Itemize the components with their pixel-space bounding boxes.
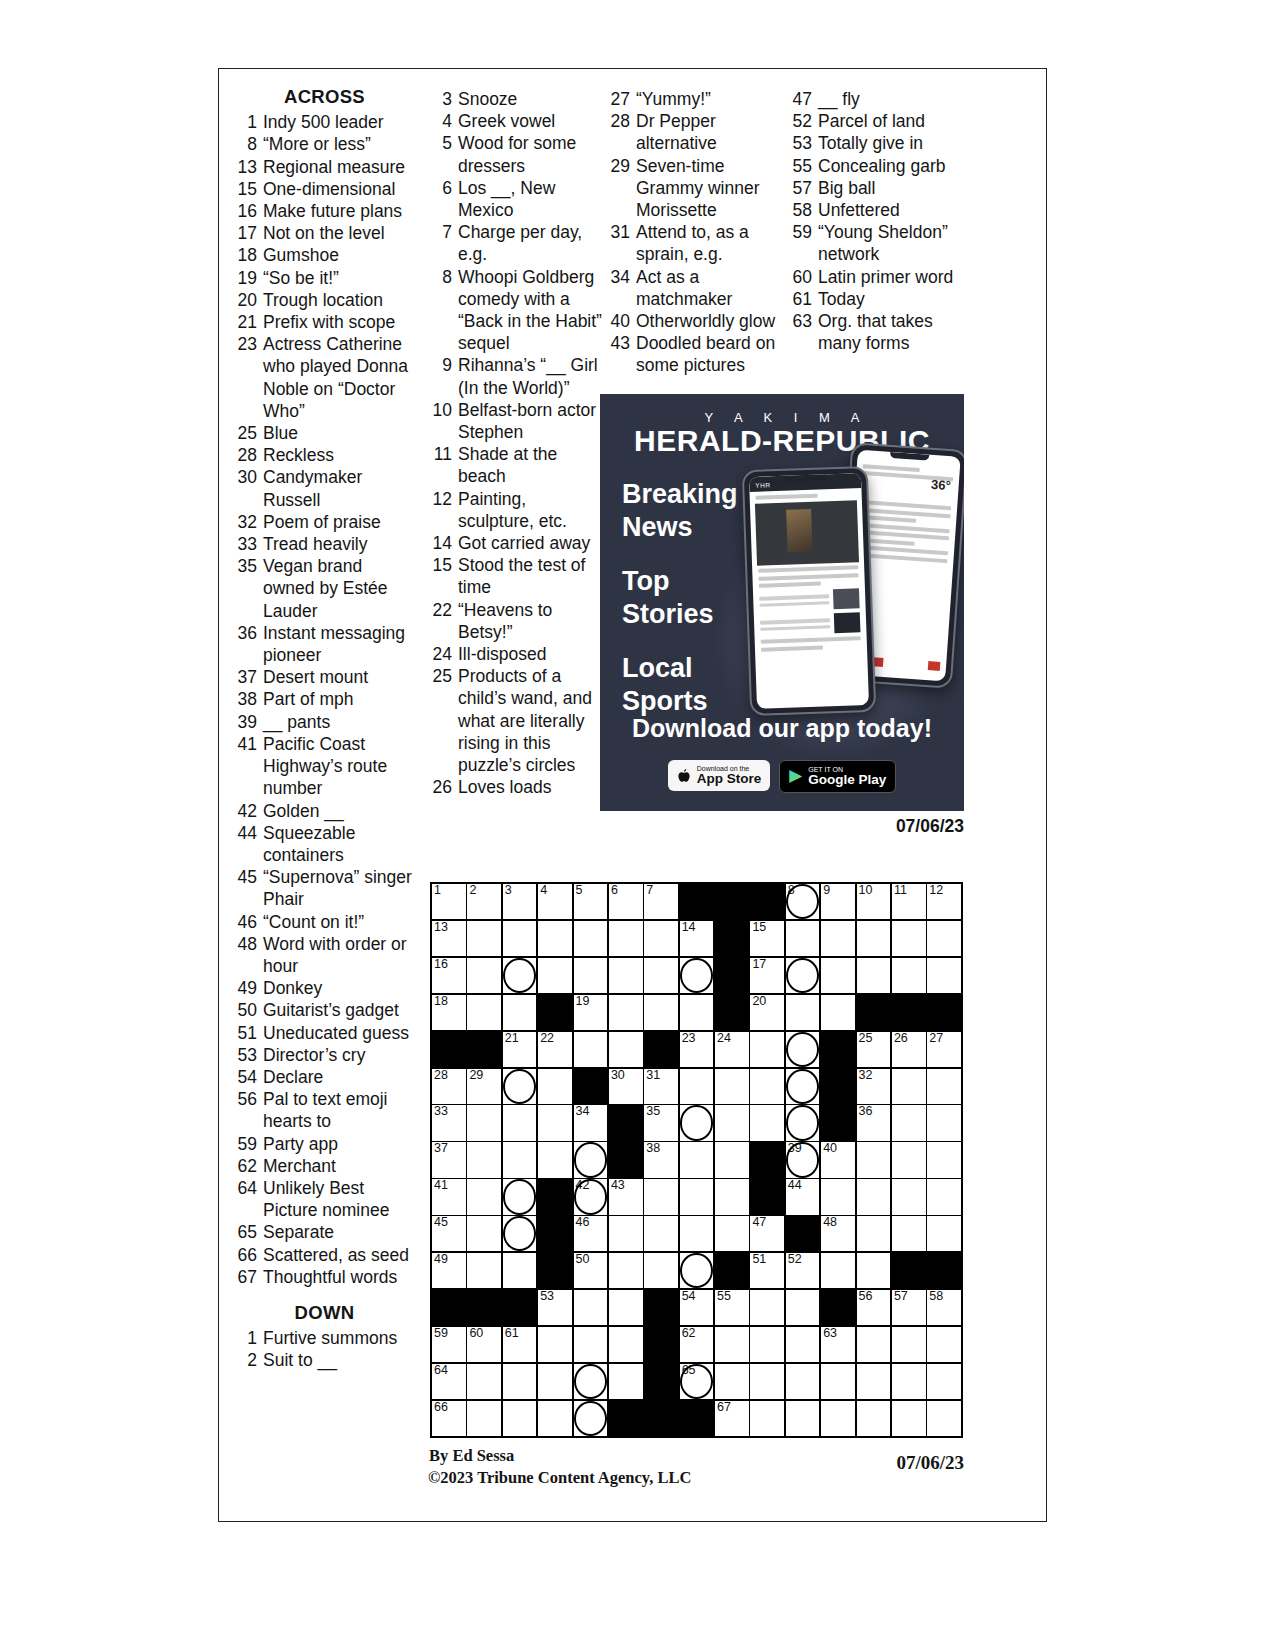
cell-r7-c11[interactable]: [786, 1105, 820, 1140]
clue-text: Concealing garb: [818, 155, 965, 177]
cell-r10-c3[interactable]: [503, 1216, 537, 1251]
cell-r3-c8[interactable]: [680, 958, 714, 993]
cell-r5-c6[interactable]: [609, 1032, 643, 1067]
cell-r7-c1[interactable]: 33: [432, 1105, 466, 1140]
cell-r9-c3[interactable]: [503, 1179, 537, 1214]
clue-down-14: 14Got carried away: [427, 532, 603, 554]
cell-r3-c12[interactable]: [821, 958, 855, 993]
cell-r11-c6[interactable]: [609, 1253, 643, 1288]
cell-r8-c1[interactable]: 37: [432, 1142, 466, 1177]
cell-r14-c8[interactable]: 65: [680, 1364, 714, 1399]
cell-number: 16: [434, 957, 448, 971]
cell-r7-c2[interactable]: [467, 1105, 501, 1140]
clue-number: 4: [427, 110, 458, 132]
cell-r5-c11[interactable]: [786, 1032, 820, 1067]
clue-text: Golden __: [263, 800, 417, 822]
cell-r7-c13[interactable]: 36: [857, 1105, 891, 1140]
cell-r6-c6[interactable]: 30: [609, 1069, 643, 1104]
black-cell-r9-c4: [538, 1179, 572, 1214]
cell-r14-c14[interactable]: [892, 1364, 926, 1399]
cell-r9-c9[interactable]: [715, 1179, 749, 1214]
cell-r5-c15[interactable]: 27: [927, 1032, 961, 1067]
cell-r14-c10[interactable]: [750, 1364, 784, 1399]
google-play-badge[interactable]: GET IT ON Google Play: [779, 760, 896, 793]
cell-r8-c12[interactable]: 40: [821, 1142, 855, 1177]
cell-r3-c7[interactable]: [644, 958, 678, 993]
cell-r13-c4[interactable]: [538, 1327, 572, 1362]
clue-number: 7: [427, 221, 458, 265]
cell-r8-c15[interactable]: [927, 1142, 961, 1177]
cell-r12-c14[interactable]: 57: [892, 1290, 926, 1325]
clue-text: “Count on it!”: [263, 911, 417, 933]
cell-r2-c10[interactable]: 15: [750, 921, 784, 956]
cell-r1-c5[interactable]: 5: [574, 884, 608, 919]
clue-across-35: 35Vegan brand owned by Estée Lauder: [232, 555, 417, 622]
cell-r13-c12[interactable]: 63: [821, 1327, 855, 1362]
cell-r13-c14[interactable]: [892, 1327, 926, 1362]
clue-across-53: 53Director’s cry: [232, 1044, 417, 1066]
cell-r11-c10[interactable]: 51: [750, 1253, 784, 1288]
cell-r14-c5[interactable]: [574, 1364, 608, 1399]
cell-r7-c15[interactable]: [927, 1105, 961, 1140]
cell-r4-c5[interactable]: 19: [574, 995, 608, 1030]
cell-number: 59: [434, 1326, 448, 1340]
clue-text: Parcel of land: [818, 110, 965, 132]
cell-r3-c5[interactable]: [574, 958, 608, 993]
clue-text: Products of a child’s wand, and what are…: [458, 665, 603, 776]
cell-r12-c15[interactable]: 58: [927, 1290, 961, 1325]
cell-r2-c4[interactable]: [538, 921, 572, 956]
cell-r5-c8[interactable]: 23: [680, 1032, 714, 1067]
cell-r15-c1[interactable]: 66: [432, 1401, 466, 1436]
cell-r2-c8[interactable]: 14: [680, 921, 714, 956]
cell-r1-c2[interactable]: 2: [467, 884, 501, 919]
cell-r8-c7[interactable]: 38: [644, 1142, 678, 1177]
clue-text: Instant messaging pioneer: [263, 622, 417, 666]
cell-r10-c8[interactable]: [680, 1216, 714, 1251]
cell-r1-c11[interactable]: 8: [786, 884, 820, 919]
cell-r6-c3[interactable]: [503, 1069, 537, 1104]
cell-r11-c1[interactable]: 49: [432, 1253, 466, 1288]
clue-across-66: 66Scattered, as seed: [232, 1244, 417, 1266]
cell-r15-c15[interactable]: [927, 1401, 961, 1436]
cell-r2-c3[interactable]: [503, 921, 537, 956]
clue-text: Org. that takes many forms: [818, 310, 965, 354]
clue-text: Party app: [263, 1133, 417, 1155]
black-cell-r4-c4: [538, 995, 572, 1030]
cell-number: 28: [434, 1068, 448, 1082]
cell-r6-c7[interactable]: 31: [644, 1069, 678, 1104]
cell-r6-c15[interactable]: [927, 1069, 961, 1104]
cell-r14-c12[interactable]: [821, 1364, 855, 1399]
cell-r11-c7[interactable]: [644, 1253, 678, 1288]
cell-r5-c4[interactable]: 22: [538, 1032, 572, 1067]
cell-r11-c11[interactable]: 52: [786, 1253, 820, 1288]
cell-r5-c9[interactable]: 24: [715, 1032, 749, 1067]
cell-r6-c1[interactable]: 28: [432, 1069, 466, 1104]
clue-across-50: 50Guitarist’s gadget: [232, 999, 417, 1021]
clue-text: Suit to __: [263, 1349, 417, 1371]
clue-number: 18: [232, 244, 263, 266]
cell-r4-c8[interactable]: [680, 995, 714, 1030]
cell-r12-c6[interactable]: [609, 1290, 643, 1325]
cell-number: 11: [894, 883, 907, 897]
clue-number: 47: [787, 88, 818, 110]
clue-text: Totally give in: [818, 132, 965, 154]
cell-r10-c1[interactable]: 45: [432, 1216, 466, 1251]
cell-r10-c10[interactable]: 47: [750, 1216, 784, 1251]
cell-r9-c14[interactable]: [892, 1179, 926, 1214]
clue-number: 56: [232, 1088, 263, 1132]
cell-r9-c8[interactable]: [680, 1179, 714, 1214]
cell-number: 60: [469, 1326, 483, 1340]
cell-r11-c13[interactable]: [857, 1253, 891, 1288]
cell-r6-c14[interactable]: [892, 1069, 926, 1104]
cell-r10-c2[interactable]: [467, 1216, 501, 1251]
cell-r10-c5[interactable]: 46: [574, 1216, 608, 1251]
cell-r10-c15[interactable]: [927, 1216, 961, 1251]
clue-text: Snooze: [458, 88, 603, 110]
cell-r7-c4[interactable]: [538, 1105, 572, 1140]
clue-number: 14: [427, 532, 458, 554]
clue-number: 57: [787, 177, 818, 199]
cell-number: 19: [576, 994, 590, 1008]
clue-text: One-dimensional: [263, 178, 417, 200]
cell-r13-c2[interactable]: 60: [467, 1327, 501, 1362]
black-cell-r11-c4: [538, 1253, 572, 1288]
cell-number: 12: [929, 883, 943, 897]
cell-r5-c5[interactable]: [574, 1032, 608, 1067]
cell-r15-c13[interactable]: [857, 1401, 891, 1436]
cell-r2-c14[interactable]: [892, 921, 926, 956]
black-cell-r12-c12: [821, 1290, 855, 1325]
cell-r5-c14[interactable]: 26: [892, 1032, 926, 1067]
news-photo: [755, 500, 859, 566]
cell-number: 22: [540, 1031, 554, 1045]
down-clue-list-2: 3Snooze4Greek vowel5Wood for some dresse…: [427, 88, 603, 799]
cell-r11-c2[interactable]: [467, 1253, 501, 1288]
cell-r8-c14[interactable]: [892, 1142, 926, 1177]
cell-r8-c11[interactable]: 39: [786, 1142, 820, 1177]
cell-r15-c9[interactable]: 67: [715, 1401, 749, 1436]
cell-r1-c14[interactable]: 11: [892, 884, 926, 919]
cell-r9-c15[interactable]: [927, 1179, 961, 1214]
cell-r5-c10[interactable]: [750, 1032, 784, 1067]
cell-r2-c15[interactable]: [927, 921, 961, 956]
cell-r3-c3[interactable]: [503, 958, 537, 993]
cell-r8-c3[interactable]: [503, 1142, 537, 1177]
cell-r7-c10[interactable]: [750, 1105, 784, 1140]
cell-r3-c4[interactable]: [538, 958, 572, 993]
cell-r1-c15[interactable]: 12: [927, 884, 961, 919]
cell-r13-c13[interactable]: [857, 1327, 891, 1362]
cell-r1-c1[interactable]: 1: [432, 884, 466, 919]
cell-r2-c6[interactable]: [609, 921, 643, 956]
cell-r12-c9[interactable]: 55: [715, 1290, 749, 1325]
cell-r13-c11[interactable]: [786, 1327, 820, 1362]
crossword-grid: 1234567891011121314151617181920212223242…: [430, 882, 963, 1438]
cell-r15-c4[interactable]: [538, 1401, 572, 1436]
cell-number: 45: [434, 1215, 448, 1229]
theme-circle: [680, 1105, 714, 1140]
cell-r8-c8[interactable]: [680, 1142, 714, 1177]
cell-r12-c4[interactable]: 53: [538, 1290, 572, 1325]
cell-r8-c4[interactable]: [538, 1142, 572, 1177]
clue-number: 1: [232, 111, 263, 133]
cell-number: 46: [576, 1215, 590, 1229]
clue-text: Unfettered: [818, 199, 965, 221]
clue-down-1: 1Furtive summons: [232, 1327, 417, 1349]
cell-r14-c15[interactable]: [927, 1364, 961, 1399]
cell-r10-c13[interactable]: [857, 1216, 891, 1251]
black-cell-r4-c13: [857, 995, 891, 1030]
cell-r9-c1[interactable]: 41: [432, 1179, 466, 1214]
cell-r4-c11[interactable]: [786, 995, 820, 1030]
clue-column-1: ACROSS 1Indy 500 leader8“More or less”13…: [232, 86, 417, 1372]
clue-number: 65: [232, 1221, 263, 1243]
cell-r10-c12[interactable]: 48: [821, 1216, 855, 1251]
cell-r9-c12[interactable]: [821, 1179, 855, 1214]
cell-r12-c10[interactable]: [750, 1290, 784, 1325]
cell-r6-c13[interactable]: 32: [857, 1069, 891, 1104]
clue-number: 23: [232, 333, 263, 422]
black-cell-r15-c8: [680, 1401, 714, 1436]
cell-r8-c2[interactable]: [467, 1142, 501, 1177]
clue-number: 10: [427, 399, 458, 443]
cell-r2-c7[interactable]: [644, 921, 678, 956]
cell-r12-c5[interactable]: [574, 1290, 608, 1325]
clue-across-1: 1Indy 500 leader: [232, 111, 417, 133]
cell-r1-c4[interactable]: 4: [538, 884, 572, 919]
cell-r1-c12[interactable]: 9: [821, 884, 855, 919]
clue-number: 29: [605, 155, 636, 222]
cell-r7-c3[interactable]: [503, 1105, 537, 1140]
cell-r4-c6[interactable]: [609, 995, 643, 1030]
cell-r9-c11[interactable]: 44: [786, 1179, 820, 1214]
clue-down-12: 12Painting, sculpture, etc.: [427, 488, 603, 532]
clue-number: 15: [427, 554, 458, 598]
black-cell-r6-c5: [574, 1069, 608, 1104]
cell-r4-c7[interactable]: [644, 995, 678, 1030]
cell-number: 17: [752, 957, 766, 971]
cell-r15-c14[interactable]: [892, 1401, 926, 1436]
cell-r9-c2[interactable]: [467, 1179, 501, 1214]
clue-number: 16: [232, 200, 263, 222]
cell-r2-c2[interactable]: [467, 921, 501, 956]
cell-r12-c11[interactable]: [786, 1290, 820, 1325]
clue-down-34: 34Act as a matchmaker: [605, 266, 781, 310]
cell-r9-c5[interactable]: 42: [574, 1179, 608, 1214]
black-cell-r11-c15: [927, 1253, 961, 1288]
cell-r7-c5[interactable]: 34: [574, 1105, 608, 1140]
cell-r15-c5[interactable]: [574, 1401, 608, 1436]
cell-r8-c13[interactable]: [857, 1142, 891, 1177]
cell-r1-c7[interactable]: 7: [644, 884, 678, 919]
cell-number: 13: [434, 920, 448, 934]
cell-r4-c1[interactable]: 18: [432, 995, 466, 1030]
cell-number: 64: [434, 1363, 448, 1377]
cell-r5-c3[interactable]: 21: [503, 1032, 537, 1067]
cell-r7-c9[interactable]: [715, 1105, 749, 1140]
clue-text: Part of mph: [263, 688, 417, 710]
clue-text: Gumshoe: [263, 244, 417, 266]
clue-number: 67: [232, 1266, 263, 1288]
cell-number: 56: [859, 1289, 873, 1303]
cell-r4-c2[interactable]: [467, 995, 501, 1030]
cell-r15-c11[interactable]: [786, 1401, 820, 1436]
cell-r9-c13[interactable]: [857, 1179, 891, 1214]
clue-text: Shade at the beach: [458, 443, 603, 487]
clue-across-64: 64Unlikely Best Picture nominee: [232, 1177, 417, 1221]
clue-down-15: 15Stood the test of time: [427, 554, 603, 598]
cell-r3-c6[interactable]: [609, 958, 643, 993]
clue-number: 50: [232, 999, 263, 1021]
clue-number: 28: [605, 110, 636, 154]
cell-r3-c13[interactable]: [857, 958, 891, 993]
cell-r3-c11[interactable]: [786, 958, 820, 993]
cell-r10-c7[interactable]: [644, 1216, 678, 1251]
cell-r13-c10[interactable]: [750, 1327, 784, 1362]
cell-r15-c2[interactable]: [467, 1401, 501, 1436]
cell-r3-c1[interactable]: 16: [432, 958, 466, 993]
clue-down-63: 63Org. that takes many forms: [787, 310, 965, 354]
cell-r2-c13[interactable]: [857, 921, 891, 956]
cell-r4-c3[interactable]: [503, 995, 537, 1030]
cell-r4-c12[interactable]: [821, 995, 855, 1030]
cell-number: 35: [646, 1104, 660, 1118]
cell-r6-c9[interactable]: [715, 1069, 749, 1104]
cell-r6-c10[interactable]: [750, 1069, 784, 1104]
cell-r10-c9[interactable]: [715, 1216, 749, 1251]
clue-text: Pacific Coast Highway’s route number: [263, 733, 417, 800]
cell-r13-c3[interactable]: 61: [503, 1327, 537, 1362]
cell-number: 53: [540, 1289, 554, 1303]
clue-number: 66: [232, 1244, 263, 1266]
cell-r9-c7[interactable]: [644, 1179, 678, 1214]
cell-r8-c9[interactable]: [715, 1142, 749, 1177]
clue-text: Reckless: [263, 444, 417, 466]
black-cell-r6-c12: [821, 1069, 855, 1104]
cell-r14-c13[interactable]: [857, 1364, 891, 1399]
cell-r7-c8[interactable]: [680, 1105, 714, 1140]
cell-r2-c12[interactable]: [821, 921, 855, 956]
clue-across-33: 33Tread heavily: [232, 533, 417, 555]
cell-r8-c5[interactable]: [574, 1142, 608, 1177]
app-store-badge[interactable]: Download on the App Store: [668, 760, 771, 791]
cell-r2-c11[interactable]: [786, 921, 820, 956]
cell-r6-c11[interactable]: [786, 1069, 820, 1104]
clue-across-67: 67Thoughtful words: [232, 1266, 417, 1288]
cell-r13-c8[interactable]: 62: [680, 1327, 714, 1362]
cell-r1-c6[interactable]: 6: [609, 884, 643, 919]
cell-r14-c11[interactable]: [786, 1364, 820, 1399]
cell-r11-c12[interactable]: [821, 1253, 855, 1288]
cell-r12-c8[interactable]: 54: [680, 1290, 714, 1325]
cell-r15-c10[interactable]: [750, 1401, 784, 1436]
black-cell-r10-c11: [786, 1216, 820, 1251]
cell-r3-c15[interactable]: [927, 958, 961, 993]
clue-down-60: 60Latin primer word: [787, 266, 965, 288]
clue-across-46: 46“Count on it!”: [232, 911, 417, 933]
cell-r3-c2[interactable]: [467, 958, 501, 993]
cell-r11-c8[interactable]: [680, 1253, 714, 1288]
clue-number: 8: [232, 133, 263, 155]
cell-r11-c3[interactable]: [503, 1253, 537, 1288]
cell-r15-c12[interactable]: [821, 1401, 855, 1436]
clue-number: 36: [232, 622, 263, 666]
cell-r13-c6[interactable]: [609, 1327, 643, 1362]
clue-number: 53: [232, 1044, 263, 1066]
cell-r12-c13[interactable]: 56: [857, 1290, 891, 1325]
down-clue-list-1: 1Furtive summons2Suit to __: [232, 1327, 417, 1371]
clue-number: 35: [232, 555, 263, 622]
cell-r14-c1[interactable]: 64: [432, 1364, 466, 1399]
cell-r14-c9[interactable]: [715, 1364, 749, 1399]
cell-r3-c14[interactable]: [892, 958, 926, 993]
cell-r7-c7[interactable]: 35: [644, 1105, 678, 1140]
black-cell-r9-c10: [750, 1179, 784, 1214]
cell-r14-c2[interactable]: [467, 1364, 501, 1399]
cell-r14-c6[interactable]: [609, 1364, 643, 1399]
cell-r1-c3[interactable]: 3: [503, 884, 537, 919]
cell-r9-c6[interactable]: 43: [609, 1179, 643, 1214]
cell-number: 57: [894, 1289, 908, 1303]
black-cell-r4-c14: [892, 995, 926, 1030]
clue-text: Belfast-born actor Stephen: [458, 399, 603, 443]
clue-across-51: 51Uneducated guess: [232, 1022, 417, 1044]
clue-number: 15: [232, 178, 263, 200]
cell-r2-c1[interactable]: 13: [432, 921, 466, 956]
cell-number: 66: [434, 1400, 448, 1414]
cell-r6-c8[interactable]: [680, 1069, 714, 1104]
cell-r15-c3[interactable]: [503, 1401, 537, 1436]
cell-r13-c15[interactable]: [927, 1327, 961, 1362]
clue-number: 25: [232, 422, 263, 444]
cell-r6-c2[interactable]: 29: [467, 1069, 501, 1104]
cell-number: 61: [505, 1326, 519, 1340]
cell-r11-c5[interactable]: 50: [574, 1253, 608, 1288]
clue-number: 12: [427, 488, 458, 532]
theme-circle: [503, 1069, 537, 1104]
cell-r14-c4[interactable]: [538, 1364, 572, 1399]
cell-r10-c6[interactable]: [609, 1216, 643, 1251]
cell-r10-c14[interactable]: [892, 1216, 926, 1251]
black-cell-r2-c9: [715, 921, 749, 956]
clue-down-61: 61Today: [787, 288, 965, 310]
cell-r1-c13[interactable]: 10: [857, 884, 891, 919]
cell-number: 6: [611, 883, 618, 897]
cell-r7-c14[interactable]: [892, 1105, 926, 1140]
clue-number: 33: [232, 533, 263, 555]
cell-r4-c10[interactable]: 20: [750, 995, 784, 1030]
black-cell-r11-c14: [892, 1253, 926, 1288]
cell-r6-c4[interactable]: [538, 1069, 572, 1104]
cell-r13-c9[interactable]: [715, 1327, 749, 1362]
clue-number: 62: [232, 1155, 263, 1177]
cell-r14-c3[interactable]: [503, 1364, 537, 1399]
clue-text: “So be it!”: [263, 267, 417, 289]
cell-r3-c10[interactable]: 17: [750, 958, 784, 993]
cell-r13-c1[interactable]: 59: [432, 1327, 466, 1362]
cell-r13-c5[interactable]: [574, 1327, 608, 1362]
clue-number: 26: [427, 776, 458, 798]
cell-r5-c13[interactable]: 25: [857, 1032, 891, 1067]
clue-across-49: 49Donkey: [232, 977, 417, 999]
clue-number: 31: [605, 221, 636, 265]
cell-r2-c5[interactable]: [574, 921, 608, 956]
clue-across-8: 8“More or less”: [232, 133, 417, 155]
cell-number: 34: [576, 1104, 590, 1118]
